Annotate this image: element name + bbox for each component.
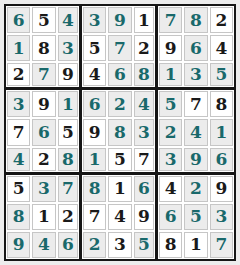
solved-digit: 3 <box>32 176 55 202</box>
given-digit: 7 <box>7 119 30 145</box>
solved-digit: 3 <box>184 63 207 86</box>
cell-r1c8[interactable]: 8 <box>183 6 208 34</box>
solved-digit: 9 <box>184 148 207 171</box>
solved-digit: 1 <box>159 63 182 86</box>
solved-digit: 1 <box>210 119 233 145</box>
cell-r3c6[interactable]: 8 <box>133 62 158 90</box>
solved-digit: 3 <box>159 148 182 171</box>
sudoku-board-frame: 6543917821835729642794681353916245787659… <box>0 0 240 265</box>
cell-r3c3[interactable]: 9 <box>57 62 82 90</box>
cell-r4c2[interactable]: 9 <box>31 90 56 118</box>
cell-r8c9[interactable]: 3 <box>209 203 234 231</box>
given-digit: 2 <box>32 148 55 171</box>
given-digit: 2 <box>58 204 78 230</box>
cell-r4c9[interactable]: 8 <box>209 90 234 118</box>
cell-r7c2[interactable]: 3 <box>31 175 56 203</box>
cell-r9c2[interactable]: 4 <box>31 231 56 259</box>
given-digit: 2 <box>210 7 233 33</box>
solved-digit: 7 <box>108 35 131 61</box>
cell-r6c9[interactable]: 6 <box>209 147 234 175</box>
cell-r6c8[interactable]: 9 <box>183 147 208 175</box>
solved-digit: 6 <box>83 91 106 117</box>
cell-r1c3[interactable]: 4 <box>57 6 82 34</box>
cell-r3c8[interactable]: 3 <box>183 62 208 90</box>
cell-r7c7[interactable]: 4 <box>158 175 183 203</box>
solved-digit: 6 <box>184 35 207 61</box>
cell-r1c4[interactable]: 3 <box>82 6 107 34</box>
cell-r2c4[interactable]: 5 <box>82 34 107 62</box>
cell-r5c5[interactable]: 8 <box>107 118 132 146</box>
cell-r1c1[interactable]: 6 <box>6 6 31 34</box>
cell-r9c5[interactable]: 3 <box>107 231 132 259</box>
given-digit: 3 <box>108 232 131 258</box>
cell-r5c9[interactable]: 1 <box>209 118 234 146</box>
solved-digit: 1 <box>7 35 30 61</box>
cell-r5c8[interactable]: 4 <box>183 118 208 146</box>
given-digit: 5 <box>58 119 78 145</box>
solved-digit: 7 <box>210 232 233 258</box>
cell-r6c1[interactable]: 4 <box>6 147 31 175</box>
solved-digit: 4 <box>7 148 30 171</box>
cell-r7c8[interactable]: 2 <box>183 175 208 203</box>
cell-r3c2[interactable]: 7 <box>31 62 56 90</box>
cell-r3c4[interactable]: 4 <box>82 62 107 90</box>
given-digit: 2 <box>134 35 154 61</box>
solved-digit: 3 <box>134 119 154 145</box>
given-digit: 7 <box>134 148 154 171</box>
cell-r6c2[interactable]: 2 <box>31 147 56 175</box>
cell-r8c7[interactable]: 6 <box>158 203 183 231</box>
solved-digit: 7 <box>159 7 182 33</box>
solved-digit: 7 <box>58 176 78 202</box>
given-digit: 4 <box>210 35 233 61</box>
cell-r9c6[interactable]: 5 <box>133 231 158 259</box>
cell-r2c1[interactable]: 1 <box>6 34 31 62</box>
solved-digit: 3 <box>83 7 106 33</box>
solved-digit: 8 <box>108 119 131 145</box>
solved-digit: 4 <box>58 7 78 33</box>
given-digit: 4 <box>108 204 131 230</box>
cell-r8c2[interactable]: 1 <box>31 203 56 231</box>
cell-r7c9[interactable]: 9 <box>209 175 234 203</box>
cell-r9c1[interactable]: 9 <box>6 231 31 259</box>
cell-r5c7[interactable]: 2 <box>158 118 183 146</box>
given-digit: 8 <box>32 35 55 61</box>
solved-digit: 3 <box>210 204 233 230</box>
given-digit: 1 <box>134 7 154 33</box>
solved-digit: 2 <box>184 176 207 202</box>
given-digit: 8 <box>210 91 233 117</box>
cell-r6c4[interactable]: 1 <box>82 147 107 175</box>
solved-digit: 1 <box>58 91 78 117</box>
cell-r2c9[interactable]: 4 <box>209 34 234 62</box>
given-digit: 5 <box>83 35 106 61</box>
cell-r3c5[interactable]: 6 <box>107 62 132 90</box>
solved-digit: 5 <box>184 204 207 230</box>
cell-r9c3[interactable]: 6 <box>57 231 82 259</box>
cell-r8c4[interactable]: 7 <box>82 203 107 231</box>
solved-digit: 4 <box>32 232 55 258</box>
cell-r2c3[interactable]: 3 <box>57 34 82 62</box>
cell-r3c7[interactable]: 1 <box>158 62 183 90</box>
cell-r2c6[interactable]: 2 <box>133 34 158 62</box>
cell-r1c5[interactable]: 9 <box>107 6 132 34</box>
cell-r9c4[interactable]: 2 <box>82 231 107 259</box>
solved-digit: 5 <box>134 232 154 258</box>
solved-digit: 8 <box>7 204 30 230</box>
given-digit: 4 <box>159 176 182 202</box>
cell-r5c6[interactable]: 3 <box>133 118 158 146</box>
cell-r2c2[interactable]: 8 <box>31 34 56 62</box>
given-digit: 9 <box>210 176 233 202</box>
cell-r8c8[interactable]: 5 <box>183 203 208 231</box>
cell-r7c4[interactable]: 8 <box>82 175 107 203</box>
given-digit: 9 <box>58 63 78 86</box>
solved-digit: 2 <box>159 119 182 145</box>
cell-r8c5[interactable]: 4 <box>107 203 132 231</box>
given-digit: 2 <box>7 63 30 86</box>
solved-digit: 6 <box>58 232 78 258</box>
cell-r7c3[interactable]: 7 <box>57 175 82 203</box>
cell-r6c5[interactable]: 5 <box>107 147 132 175</box>
cell-r7c1[interactable]: 5 <box>6 175 31 203</box>
given-digit: 5 <box>32 7 55 33</box>
given-digit: 7 <box>184 91 207 117</box>
cell-r4c3[interactable]: 1 <box>57 90 82 118</box>
cell-r4c8[interactable]: 7 <box>183 90 208 118</box>
cell-r9c9[interactable]: 7 <box>209 231 234 259</box>
cell-r1c2[interactable]: 5 <box>31 6 56 34</box>
given-digit: 1 <box>32 204 55 230</box>
solved-digit: 6 <box>32 119 55 145</box>
cell-r4c7[interactable]: 5 <box>158 90 183 118</box>
cell-r5c1[interactable]: 7 <box>6 118 31 146</box>
given-digit: 4 <box>83 63 106 86</box>
given-digit: 1 <box>108 176 131 202</box>
given-digit: 9 <box>134 204 154 230</box>
given-digit: 9 <box>32 91 55 117</box>
cell-r6c6[interactable]: 7 <box>133 147 158 175</box>
cell-r1c6[interactable]: 1 <box>133 6 158 34</box>
solved-digit: 6 <box>159 204 182 230</box>
cell-r2c8[interactable]: 6 <box>183 34 208 62</box>
cell-r6c7[interactable]: 3 <box>158 147 183 175</box>
cell-r4c1[interactable]: 3 <box>6 90 31 118</box>
solved-digit: 5 <box>159 91 182 117</box>
given-digit: 1 <box>184 232 207 258</box>
solved-digit: 9 <box>108 7 131 33</box>
cell-r1c9[interactable]: 2 <box>209 6 234 34</box>
cell-r5c3[interactable]: 5 <box>57 118 82 146</box>
solved-digit: 6 <box>7 7 30 33</box>
solved-digit: 8 <box>58 148 78 171</box>
solved-digit: 3 <box>58 35 78 61</box>
solved-digit: 4 <box>184 119 207 145</box>
solved-digit: 8 <box>134 63 154 86</box>
cell-r3c1[interactable]: 2 <box>6 62 31 90</box>
sudoku-grid: 6543917821835729642794681353916245787659… <box>4 4 236 261</box>
cell-r8c1[interactable]: 8 <box>6 203 31 231</box>
cell-r1c7[interactable]: 7 <box>158 6 183 34</box>
solved-digit: 2 <box>83 232 106 258</box>
solved-digit: 6 <box>108 63 131 86</box>
given-digit: 5 <box>108 148 131 171</box>
given-digit: 5 <box>7 176 30 202</box>
cell-r8c3[interactable]: 2 <box>57 203 82 231</box>
given-digit: 8 <box>159 232 182 258</box>
cell-r7c6[interactable]: 6 <box>133 175 158 203</box>
cell-r9c7[interactable]: 8 <box>158 231 183 259</box>
solved-digit: 3 <box>7 91 30 117</box>
solved-digit: 5 <box>210 63 233 86</box>
cell-r3c9[interactable]: 5 <box>209 62 234 90</box>
cell-r2c5[interactable]: 7 <box>107 34 132 62</box>
cell-r2c7[interactable]: 9 <box>158 34 183 62</box>
solved-digit: 4 <box>134 91 154 117</box>
cell-r6c3[interactable]: 8 <box>57 147 82 175</box>
cell-r5c4[interactable]: 9 <box>82 118 107 146</box>
solved-digit: 6 <box>210 148 233 171</box>
solved-digit: 7 <box>32 63 55 86</box>
cell-r9c8[interactable]: 1 <box>183 231 208 259</box>
solved-digit: 8 <box>83 176 106 202</box>
given-digit: 9 <box>83 119 106 145</box>
solved-digit: 6 <box>134 176 154 202</box>
solved-digit: 9 <box>7 232 30 258</box>
solved-digit: 2 <box>108 91 131 117</box>
given-digit: 7 <box>83 204 106 230</box>
cell-r5c2[interactable]: 6 <box>31 118 56 146</box>
cell-r4c5[interactable]: 2 <box>107 90 132 118</box>
solved-digit: 1 <box>83 148 106 171</box>
cell-r7c5[interactable]: 1 <box>107 175 132 203</box>
given-digit: 9 <box>159 35 182 61</box>
cell-r4c4[interactable]: 6 <box>82 90 107 118</box>
cell-r4c6[interactable]: 4 <box>133 90 158 118</box>
solved-digit: 8 <box>184 7 207 33</box>
cell-r8c6[interactable]: 9 <box>133 203 158 231</box>
